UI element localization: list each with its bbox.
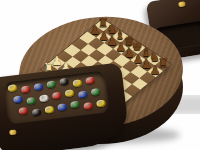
black-peg[interactable] bbox=[59, 78, 69, 86]
green-peg[interactable] bbox=[46, 80, 56, 88]
blue-peg[interactable] bbox=[13, 96, 23, 104]
yellow-peg[interactable] bbox=[45, 106, 55, 114]
red-peg[interactable] bbox=[21, 85, 31, 93]
yellow-peg[interactable] bbox=[8, 84, 18, 92]
green-peg[interactable] bbox=[26, 97, 36, 105]
yellow-peg[interactable] bbox=[96, 99, 106, 107]
brass-clasp-icon[interactable] bbox=[178, 1, 186, 7]
blue-peg[interactable] bbox=[57, 103, 67, 111]
yellow-peg[interactable] bbox=[72, 79, 82, 87]
black-peg[interactable] bbox=[32, 108, 42, 116]
red-peg[interactable] bbox=[18, 107, 28, 115]
peg-tray bbox=[3, 70, 109, 124]
green-peg[interactable] bbox=[70, 101, 80, 109]
yellow-peg[interactable] bbox=[65, 89, 75, 97]
green-peg[interactable] bbox=[91, 88, 101, 96]
red-peg[interactable] bbox=[52, 92, 62, 100]
red-peg[interactable] bbox=[85, 77, 95, 85]
black-pawn[interactable]: ♟ bbox=[149, 63, 161, 75]
white-peg[interactable] bbox=[39, 94, 49, 102]
blue-peg[interactable] bbox=[34, 83, 44, 91]
blue-peg[interactable] bbox=[78, 91, 88, 99]
bottom-left-drawer[interactable] bbox=[0, 62, 130, 150]
red-peg[interactable] bbox=[83, 102, 93, 110]
chess-set-photo: ♜♞♝♛♚♝♞♜♟♟♟♟♟♟♟♟♟♟♟♟♟♟♟♟♜♞♝♛♚♝♞♜ bbox=[0, 0, 200, 150]
brass-clasp-icon[interactable] bbox=[9, 130, 17, 136]
